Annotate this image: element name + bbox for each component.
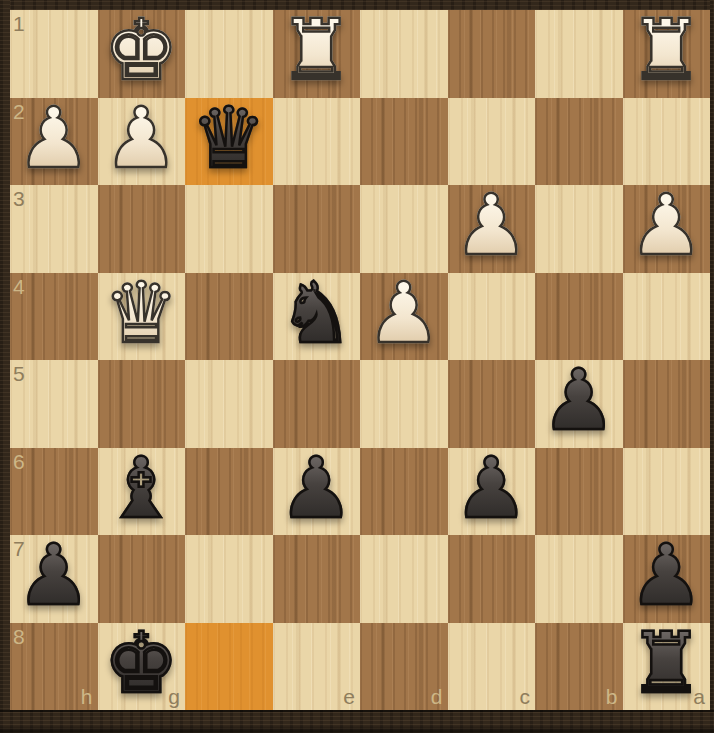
square-b1[interactable] [535, 10, 623, 98]
rank-label-4: 4 [13, 276, 25, 297]
square-d4[interactable]: ♟ [360, 273, 448, 361]
square-g5[interactable] [98, 360, 186, 448]
square-e4[interactable]: ♞ [273, 273, 361, 361]
square-f5[interactable] [185, 360, 273, 448]
piece-black-pawn[interactable]: ♟ [541, 357, 616, 445]
square-h5[interactable]: 5 [10, 360, 98, 448]
square-h3[interactable]: 3 [10, 185, 98, 273]
square-a4[interactable] [623, 273, 711, 361]
rank-label-6: 6 [13, 451, 25, 472]
square-g6[interactable]: ♝ [98, 448, 186, 536]
square-c5[interactable] [448, 360, 536, 448]
square-d6[interactable] [360, 448, 448, 536]
square-a8[interactable]: a♜ [623, 623, 711, 711]
rank-label-8: 8 [13, 626, 25, 647]
square-c2[interactable] [448, 98, 536, 186]
piece-white-queen[interactable]: ♛ [104, 270, 179, 358]
piece-white-pawn[interactable]: ♟ [454, 182, 529, 270]
square-c6[interactable]: ♟ [448, 448, 536, 536]
chess-app-window: 1♚♜♜2♟♟♛3♟♟4♛♞♟5♟6♝♟♟7♟♟8hg♚fedcba♜ [0, 0, 714, 733]
file-label-b: b [606, 686, 618, 707]
file-label-e: e [343, 686, 355, 707]
square-f6[interactable] [185, 448, 273, 536]
square-g7[interactable] [98, 535, 186, 623]
piece-white-pawn[interactable]: ♟ [629, 182, 704, 270]
square-e8[interactable]: e [273, 623, 361, 711]
square-d2[interactable] [360, 98, 448, 186]
piece-black-bishop[interactable]: ♝ [104, 445, 179, 533]
square-b2[interactable] [535, 98, 623, 186]
square-a6[interactable] [623, 448, 711, 536]
square-f7[interactable] [185, 535, 273, 623]
square-g4[interactable]: ♛ [98, 273, 186, 361]
square-f3[interactable] [185, 185, 273, 273]
piece-white-pawn[interactable]: ♟ [16, 95, 91, 183]
piece-black-pawn[interactable]: ♟ [279, 445, 354, 533]
square-e3[interactable] [273, 185, 361, 273]
square-d3[interactable] [360, 185, 448, 273]
square-d1[interactable] [360, 10, 448, 98]
square-a2[interactable] [623, 98, 711, 186]
rank-label-5: 5 [13, 363, 25, 384]
file-label-h: h [81, 686, 93, 707]
square-h6[interactable]: 6 [10, 448, 98, 536]
piece-white-rook[interactable]: ♜ [279, 7, 354, 95]
square-b7[interactable] [535, 535, 623, 623]
square-f8[interactable]: f [185, 623, 273, 711]
square-a1[interactable]: ♜ [623, 10, 711, 98]
square-e6[interactable]: ♟ [273, 448, 361, 536]
square-b8[interactable]: b [535, 623, 623, 711]
piece-black-knight[interactable]: ♞ [279, 270, 354, 358]
square-b4[interactable] [535, 273, 623, 361]
chess-board[interactable]: 1♚♜♜2♟♟♛3♟♟4♛♞♟5♟6♝♟♟7♟♟8hg♚fedcba♜ [10, 10, 710, 710]
square-c4[interactable] [448, 273, 536, 361]
piece-black-queen[interactable]: ♛ [191, 95, 266, 183]
square-e2[interactable] [273, 98, 361, 186]
square-h2[interactable]: 2♟ [10, 98, 98, 186]
square-c3[interactable]: ♟ [448, 185, 536, 273]
board-frame-right [710, 0, 714, 733]
piece-white-king[interactable]: ♚ [104, 7, 179, 95]
square-c7[interactable] [448, 535, 536, 623]
square-b3[interactable] [535, 185, 623, 273]
square-g1[interactable]: ♚ [98, 10, 186, 98]
square-e1[interactable]: ♜ [273, 10, 361, 98]
square-d7[interactable] [360, 535, 448, 623]
square-a3[interactable]: ♟ [623, 185, 711, 273]
piece-white-rook[interactable]: ♜ [629, 7, 704, 95]
piece-black-king[interactable]: ♚ [104, 620, 179, 708]
square-e5[interactable] [273, 360, 361, 448]
square-e7[interactable] [273, 535, 361, 623]
square-f1[interactable] [185, 10, 273, 98]
square-c1[interactable] [448, 10, 536, 98]
square-a5[interactable] [623, 360, 711, 448]
piece-black-pawn[interactable]: ♟ [16, 532, 91, 620]
piece-black-pawn[interactable]: ♟ [454, 445, 529, 533]
rank-label-1: 1 [13, 13, 25, 34]
square-f2[interactable]: ♛ [185, 98, 273, 186]
square-h4[interactable]: 4 [10, 273, 98, 361]
piece-white-pawn[interactable]: ♟ [104, 95, 179, 183]
square-h7[interactable]: 7♟ [10, 535, 98, 623]
square-a7[interactable]: ♟ [623, 535, 711, 623]
square-g8[interactable]: g♚ [98, 623, 186, 711]
square-g3[interactable] [98, 185, 186, 273]
board-frame-bottom [0, 710, 714, 733]
square-h8[interactable]: 8h [10, 623, 98, 711]
file-label-c: c [520, 686, 531, 707]
board-frame-left [0, 0, 10, 733]
piece-white-pawn[interactable]: ♟ [366, 270, 441, 358]
square-b6[interactable] [535, 448, 623, 536]
square-g2[interactable]: ♟ [98, 98, 186, 186]
square-d5[interactable] [360, 360, 448, 448]
square-f4[interactable] [185, 273, 273, 361]
square-h1[interactable]: 1 [10, 10, 98, 98]
square-d8[interactable]: d [360, 623, 448, 711]
piece-black-rook[interactable]: ♜ [629, 620, 704, 708]
piece-black-pawn[interactable]: ♟ [629, 532, 704, 620]
rank-label-3: 3 [13, 188, 25, 209]
square-c8[interactable]: c [448, 623, 536, 711]
square-b5[interactable]: ♟ [535, 360, 623, 448]
file-label-d: d [431, 686, 443, 707]
